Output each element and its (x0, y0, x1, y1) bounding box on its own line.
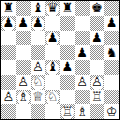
square-b7[interactable]: ♟ (16, 16, 31, 31)
square-a4[interactable] (1, 60, 16, 75)
square-f2[interactable] (75, 90, 90, 105)
piece-white-king[interactable]: ♔ (104, 104, 119, 119)
square-e5[interactable] (60, 45, 75, 60)
square-h6[interactable] (104, 31, 119, 46)
piece-black-bishop[interactable]: ♝ (31, 1, 46, 16)
square-h2[interactable] (104, 90, 119, 105)
square-c6[interactable] (31, 31, 46, 46)
piece-black-pawn[interactable]: ♟ (45, 31, 60, 46)
square-e4[interactable]: ♟ (60, 60, 75, 75)
square-g8[interactable]: ♚ (90, 1, 105, 16)
square-a1[interactable] (1, 104, 16, 119)
square-c2[interactable]: ♕ (31, 90, 46, 105)
square-b4[interactable] (16, 60, 31, 75)
piece-black-queen[interactable]: ♛ (45, 1, 60, 16)
piece-black-pawn[interactable]: ♟ (1, 16, 16, 31)
piece-white-queen[interactable]: ♕ (31, 90, 46, 105)
square-g7[interactable] (90, 16, 105, 31)
square-g6[interactable]: ♟ (90, 31, 105, 46)
square-e3[interactable] (60, 75, 75, 90)
square-f1[interactable]: ♗ (75, 104, 90, 119)
square-a2[interactable]: ♙ (1, 90, 16, 105)
square-b6[interactable] (16, 31, 31, 46)
square-g2[interactable]: ♖ (90, 90, 105, 105)
piece-white-pawn[interactable]: ♙ (90, 75, 105, 90)
piece-black-rook[interactable]: ♜ (60, 1, 75, 16)
square-h3[interactable] (104, 75, 119, 90)
piece-black-pawn[interactable]: ♟ (60, 60, 75, 75)
piece-white-bishop[interactable]: ♗ (16, 90, 31, 105)
piece-white-pawn[interactable]: ♙ (1, 90, 16, 105)
square-e2[interactable] (60, 90, 75, 105)
square-a7[interactable]: ♟ (1, 16, 16, 31)
square-e7[interactable] (60, 16, 75, 31)
square-b1[interactable] (16, 104, 31, 119)
square-c4[interactable]: ♙ (31, 60, 46, 75)
square-e1[interactable]: ♖ (60, 104, 75, 119)
square-g3[interactable]: ♙ (90, 75, 105, 90)
piece-white-bishop[interactable]: ♗ (75, 104, 90, 119)
piece-black-pawn[interactable]: ♟ (75, 45, 90, 60)
square-b2[interactable]: ♗ (16, 90, 31, 105)
piece-white-knight[interactable]: ♘ (45, 90, 60, 105)
piece-white-rook[interactable]: ♖ (60, 104, 75, 119)
square-d1[interactable] (45, 104, 60, 119)
square-c1[interactable] (31, 104, 46, 119)
square-a6[interactable] (1, 31, 16, 46)
square-b3[interactable]: ♙ (16, 75, 31, 90)
square-d3[interactable] (45, 75, 60, 90)
square-h8[interactable] (104, 1, 119, 16)
piece-black-pawn[interactable]: ♟ (31, 16, 46, 31)
square-f5[interactable]: ♟ (75, 45, 90, 60)
square-a8[interactable]: ♜ (1, 1, 16, 16)
piece-white-knight[interactable]: ♘ (31, 75, 46, 90)
square-f7[interactable] (75, 16, 90, 31)
square-a5[interactable] (1, 45, 16, 60)
square-g1[interactable] (90, 104, 105, 119)
square-h4[interactable] (104, 60, 119, 75)
piece-white-pawn[interactable]: ♙ (31, 60, 46, 75)
square-g4[interactable] (90, 60, 105, 75)
piece-black-pawn[interactable]: ♟ (90, 31, 105, 46)
square-e6[interactable] (60, 31, 75, 46)
square-f8[interactable] (75, 1, 90, 16)
square-b8[interactable] (16, 1, 31, 16)
piece-black-pawn[interactable]: ♟ (104, 16, 119, 31)
chess-board: ♜♝♛♜♚♟♟♟♟♟♟♟♞♙♝♟♙♘♙♙♙♗♕♘♖♖♗♔ (0, 0, 120, 120)
square-c7[interactable]: ♟ (31, 16, 46, 31)
square-d4[interactable]: ♝ (45, 60, 60, 75)
piece-white-pawn[interactable]: ♙ (75, 75, 90, 90)
square-c8[interactable]: ♝ (31, 1, 46, 16)
square-h1[interactable]: ♔ (104, 104, 119, 119)
square-d6[interactable]: ♟ (45, 31, 60, 46)
piece-white-pawn[interactable]: ♙ (16, 75, 31, 90)
square-f6[interactable] (75, 31, 90, 46)
square-h5[interactable]: ♞ (104, 45, 119, 60)
square-f3[interactable]: ♙ (75, 75, 90, 90)
square-c3[interactable]: ♘ (31, 75, 46, 90)
square-d8[interactable]: ♛ (45, 1, 60, 16)
piece-white-rook[interactable]: ♖ (90, 90, 105, 105)
square-h7[interactable]: ♟ (104, 16, 119, 31)
square-d7[interactable] (45, 16, 60, 31)
square-f4[interactable] (75, 60, 90, 75)
piece-black-rook[interactable]: ♜ (1, 1, 16, 16)
square-c5[interactable] (31, 45, 46, 60)
square-d2[interactable]: ♘ (45, 90, 60, 105)
square-a3[interactable] (1, 75, 16, 90)
piece-black-pawn[interactable]: ♟ (16, 16, 31, 31)
square-e8[interactable]: ♜ (60, 1, 75, 16)
square-d5[interactable] (45, 45, 60, 60)
piece-black-bishop[interactable]: ♝ (45, 60, 60, 75)
square-b5[interactable] (16, 45, 31, 60)
piece-black-knight[interactable]: ♞ (104, 45, 119, 60)
piece-black-king[interactable]: ♚ (90, 1, 105, 16)
square-g5[interactable] (90, 45, 105, 60)
